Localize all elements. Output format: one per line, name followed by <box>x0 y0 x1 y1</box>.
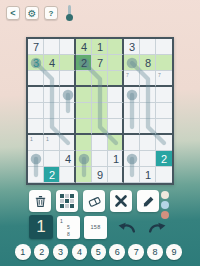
cell-text-r6c8 <box>140 119 156 135</box>
eraser-icon <box>87 194 102 209</box>
cell-text-r8c4 <box>76 151 92 167</box>
cell-text-r8c3: 4 <box>60 151 76 167</box>
cell-text-r9c9 <box>156 167 172 183</box>
cell-text-r8c2 <box>44 151 60 167</box>
cell-text-r3c7: 7 <box>124 71 140 87</box>
digit-button-1[interactable]: 1 <box>15 244 31 260</box>
digit-button-6[interactable]: 6 <box>109 244 125 260</box>
cell-text-r4c2 <box>44 87 60 103</box>
cell-text-r5c1 <box>28 103 44 119</box>
center-marks-tile[interactable]: 158 <box>84 216 107 239</box>
pencil-mark-r7c1: 1 <box>30 136 33 142</box>
mark-digit-1: 1 <box>60 218 63 224</box>
pencil-mark-r3c7: 7 <box>126 72 129 78</box>
sudoku-board[interactable]: 7413342787711412291 <box>26 37 174 185</box>
trash-icon <box>33 194 48 209</box>
cell-text-r1c3 <box>60 39 76 55</box>
cell-text-r3c5 <box>92 71 108 87</box>
cell-text-r6c6 <box>108 119 124 135</box>
cell-text-r4c7 <box>124 87 140 103</box>
cell-text-r7c8 <box>140 135 156 151</box>
cell-text-r2c3 <box>60 55 76 71</box>
cell-text-r9c2: 2 <box>44 167 60 183</box>
cell-text-r2c6 <box>108 55 124 71</box>
cell-text-r3c1 <box>28 71 44 87</box>
redo-icon <box>147 220 167 235</box>
delete-button[interactable] <box>29 190 51 212</box>
cell-text-r6c5 <box>92 119 108 135</box>
pen-mode-button[interactable] <box>137 190 159 212</box>
cell-text-r5c6 <box>108 103 124 119</box>
cell-text-r2c8: 8 <box>140 55 156 71</box>
cell-text-r2c1: 3 <box>28 55 44 71</box>
digit-button-2[interactable]: 2 <box>34 244 50 260</box>
cell-text-r5c9 <box>156 103 172 119</box>
cell-text-r9c7 <box>124 167 140 183</box>
color-dot-blue[interactable] <box>161 201 169 209</box>
cell-text-r3c4 <box>76 71 92 87</box>
board-text-layer: 7413342787711412291 <box>28 39 172 183</box>
cell-text-r3c6 <box>108 71 124 87</box>
cell-text-r4c1 <box>28 87 44 103</box>
cell-text-r7c2: 1 <box>44 135 60 151</box>
cell-text-r2c4: 2 <box>76 55 92 71</box>
cell-text-r9c8: 1 <box>140 167 156 183</box>
color-dot-cream[interactable] <box>161 191 169 199</box>
back-button[interactable]: < <box>6 6 20 20</box>
app-screen: < ⚙ ? 7413342787711412291 <box>0 0 200 266</box>
mark-digit-8: 8 <box>67 231 70 237</box>
cell-text-r1c4: 4 <box>76 39 92 55</box>
cell-text-r2c2: 4 <box>44 55 60 71</box>
digit-button-4[interactable]: 4 <box>72 244 88 260</box>
cell-text-r1c8 <box>140 39 156 55</box>
digit-button-8[interactable]: 8 <box>147 244 163 260</box>
cell-text-r5c2 <box>44 103 60 119</box>
entry-row: 1 1 5 8 158 <box>29 215 167 239</box>
cell-text-r4c4 <box>76 87 92 103</box>
cell-text-r7c3 <box>60 135 76 151</box>
clear-mode-button[interactable] <box>110 190 132 212</box>
cell-text-r6c1 <box>28 119 44 135</box>
cell-text-r9c5: 9 <box>92 167 108 183</box>
cell-text-r7c7 <box>124 135 140 151</box>
digit-button-7[interactable]: 7 <box>128 244 144 260</box>
undo-button[interactable] <box>117 220 137 235</box>
mark-digit-5: 5 <box>67 224 70 230</box>
cell-text-r4c6 <box>108 87 124 103</box>
selected-digit-tile[interactable]: 1 <box>29 215 53 239</box>
pencil-mark-r3c9: 7 <box>158 72 161 78</box>
pen-icon <box>141 194 156 209</box>
cell-text-r1c1: 7 <box>28 39 44 55</box>
cell-text-r8c9: 2 <box>156 151 172 167</box>
cell-text-r5c5 <box>92 103 108 119</box>
cell-text-r5c4 <box>76 103 92 119</box>
cell-text-r1c2 <box>44 39 60 55</box>
settings-button[interactable]: ⚙ <box>25 6 39 20</box>
cell-text-r1c5: 1 <box>92 39 108 55</box>
cell-text-r4c8 <box>140 87 156 103</box>
cell-text-r2c7 <box>124 55 140 71</box>
cell-text-r8c6: 1 <box>108 151 124 167</box>
cell-text-r7c9 <box>156 135 172 151</box>
top-bar: < ⚙ ? <box>6 5 74 21</box>
cell-text-r6c7 <box>124 119 140 135</box>
cell-text-r6c3 <box>60 119 76 135</box>
cell-text-r4c9 <box>156 87 172 103</box>
normal-mode-button[interactable] <box>56 190 78 212</box>
cell-text-r6c2 <box>44 119 60 135</box>
cell-text-r4c5 <box>92 87 108 103</box>
cell-text-r9c1 <box>28 167 44 183</box>
cell-text-r3c8 <box>140 71 156 87</box>
cell-text-r8c5 <box>92 151 108 167</box>
cell-text-r3c9: 7 <box>156 71 172 87</box>
x-icon <box>114 194 128 208</box>
corner-marks-tile[interactable]: 1 5 8 <box>57 216 80 239</box>
cell-text-r4c3 <box>60 87 76 103</box>
cell-text-r8c7 <box>124 151 140 167</box>
digit-row: 123456789 <box>15 244 182 260</box>
cell-text-r9c3 <box>60 167 76 183</box>
cell-text-r7c4 <box>76 135 92 151</box>
cell-text-r5c7 <box>124 103 140 119</box>
back-icon: < <box>10 8 15 18</box>
cell-text-r3c2 <box>44 71 60 87</box>
digit-button-9[interactable]: 9 <box>166 244 182 260</box>
cell-text-r5c8 <box>140 103 156 119</box>
cell-text-r2c9 <box>156 55 172 71</box>
cell-text-r7c1: 1 <box>28 135 44 151</box>
cell-text-r9c4 <box>76 167 92 183</box>
grid-icon <box>60 194 75 209</box>
cell-text-r3c3 <box>60 71 76 87</box>
cell-text-r2c5: 7 <box>92 55 108 71</box>
eraser-button[interactable] <box>83 190 105 212</box>
cell-text-r6c9 <box>156 119 172 135</box>
cell-text-r8c1 <box>28 151 44 167</box>
cell-text-r7c5 <box>92 135 108 151</box>
pencil-mark-r7c2: 1 <box>46 136 49 142</box>
undo-icon <box>117 220 137 235</box>
cell-text-r9c6 <box>108 167 124 183</box>
digit-button-3[interactable]: 3 <box>53 244 69 260</box>
cell-text-r1c7: 3 <box>124 39 140 55</box>
tool-row <box>29 190 159 212</box>
help-button[interactable]: ? <box>44 6 58 20</box>
thermometer-icon <box>65 5 74 21</box>
selected-digit-label: 1 <box>36 217 45 237</box>
digit-button-5[interactable]: 5 <box>91 244 107 260</box>
cell-text-r1c6 <box>108 39 124 55</box>
question-icon: ? <box>49 9 54 18</box>
gear-icon: ⚙ <box>28 8 37 19</box>
cell-text-r8c8 <box>140 151 156 167</box>
cell-text-r7c6 <box>108 135 124 151</box>
center-marks-label: 158 <box>90 224 100 230</box>
cell-text-r5c3 <box>60 103 76 119</box>
cell-text-r1c9 <box>156 39 172 55</box>
redo-button[interactable] <box>147 220 167 235</box>
cell-text-r6c4 <box>76 119 92 135</box>
